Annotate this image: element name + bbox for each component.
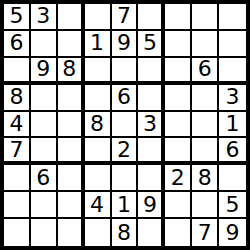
cell-r6c8-empty[interactable] [192,138,219,165]
cell-r4c5-given: 6 [112,85,139,112]
cell-r8c1-empty[interactable] [4,192,31,219]
cell-r1c1-given: 5 [4,4,31,31]
cell-r6c2-empty[interactable] [31,138,58,165]
cell-r2c1-given: 6 [4,31,31,58]
cell-r6c3-empty[interactable] [58,138,85,165]
cell-r5c2-empty[interactable] [31,112,58,139]
cell-r6c7-empty[interactable] [165,138,192,165]
cell-r7c8-given: 8 [192,165,219,192]
cell-r9c6-empty[interactable] [138,219,165,246]
cell-r3c7-empty[interactable] [165,58,192,85]
cell-r5c5-empty[interactable] [112,112,139,139]
cell-r2c6-given: 5 [138,31,165,58]
cell-r6c6-empty[interactable] [138,138,165,165]
cell-r5c1-given: 4 [4,112,31,139]
cell-r9c3-empty[interactable] [58,219,85,246]
cell-r3c5-empty[interactable] [112,58,139,85]
cell-r6c5-given: 2 [112,138,139,165]
cell-r1c6-empty[interactable] [138,4,165,31]
cell-r7c3-empty[interactable] [58,165,85,192]
cell-r8c3-empty[interactable] [58,192,85,219]
cell-r4c6-empty[interactable] [138,85,165,112]
cell-r1c2-given: 3 [31,4,58,31]
cell-r8c9-given: 5 [219,192,246,219]
cell-r4c9-given: 3 [219,85,246,112]
cell-r6c1-given: 7 [4,138,31,165]
cell-r4c8-empty[interactable] [192,85,219,112]
cell-r3c1-empty[interactable] [4,58,31,85]
sudoku-board: 537619598686348317266284195879 [0,0,250,250]
cell-r7c7-given: 2 [165,165,192,192]
cell-r1c3-empty[interactable] [58,4,85,31]
cell-r5c7-empty[interactable] [165,112,192,139]
cell-r4c1-given: 8 [4,85,31,112]
cell-r4c3-empty[interactable] [58,85,85,112]
cell-r5c8-empty[interactable] [192,112,219,139]
cell-r3c4-empty[interactable] [85,58,112,85]
cell-r2c4-given: 1 [85,31,112,58]
cell-r4c2-empty[interactable] [31,85,58,112]
cell-r9c4-empty[interactable] [85,219,112,246]
cell-r7c6-empty[interactable] [138,165,165,192]
cell-r9c8-given: 7 [192,219,219,246]
cell-r8c5-given: 1 [112,192,139,219]
cell-r4c7-empty[interactable] [165,85,192,112]
cell-r6c4-empty[interactable] [85,138,112,165]
cell-r2c2-empty[interactable] [31,31,58,58]
cell-r2c3-empty[interactable] [58,31,85,58]
cell-r3c8-given: 6 [192,58,219,85]
cell-r2c5-given: 9 [112,31,139,58]
cell-r3c6-empty[interactable] [138,58,165,85]
cell-r1c4-empty[interactable] [85,4,112,31]
cell-r1c5-given: 7 [112,4,139,31]
cell-r5c3-empty[interactable] [58,112,85,139]
cell-r9c2-empty[interactable] [31,219,58,246]
cell-r1c9-empty[interactable] [219,4,246,31]
cell-r3c9-empty[interactable] [219,58,246,85]
cell-r4c4-empty[interactable] [85,85,112,112]
cell-r5c4-given: 8 [85,112,112,139]
cell-r9c1-empty[interactable] [4,219,31,246]
cell-r9c5-given: 8 [112,219,139,246]
cell-r9c7-empty[interactable] [165,219,192,246]
cell-r5c9-given: 1 [219,112,246,139]
cell-r5c6-given: 3 [138,112,165,139]
cell-r3c2-given: 9 [31,58,58,85]
cell-r7c9-empty[interactable] [219,165,246,192]
cell-r3c3-given: 8 [58,58,85,85]
cell-r8c4-given: 4 [85,192,112,219]
cell-r8c7-empty[interactable] [165,192,192,219]
cell-r2c7-empty[interactable] [165,31,192,58]
cell-r7c2-given: 6 [31,165,58,192]
cell-r8c2-empty[interactable] [31,192,58,219]
cell-r2c8-empty[interactable] [192,31,219,58]
cell-r9c9-given: 9 [219,219,246,246]
cell-r6c9-given: 6 [219,138,246,165]
cell-r7c1-empty[interactable] [4,165,31,192]
cell-r7c4-empty[interactable] [85,165,112,192]
cell-r8c8-empty[interactable] [192,192,219,219]
cell-r2c9-empty[interactable] [219,31,246,58]
cell-r1c8-empty[interactable] [192,4,219,31]
cell-r8c6-given: 9 [138,192,165,219]
cell-r7c5-empty[interactable] [112,165,139,192]
cell-r1c7-empty[interactable] [165,4,192,31]
